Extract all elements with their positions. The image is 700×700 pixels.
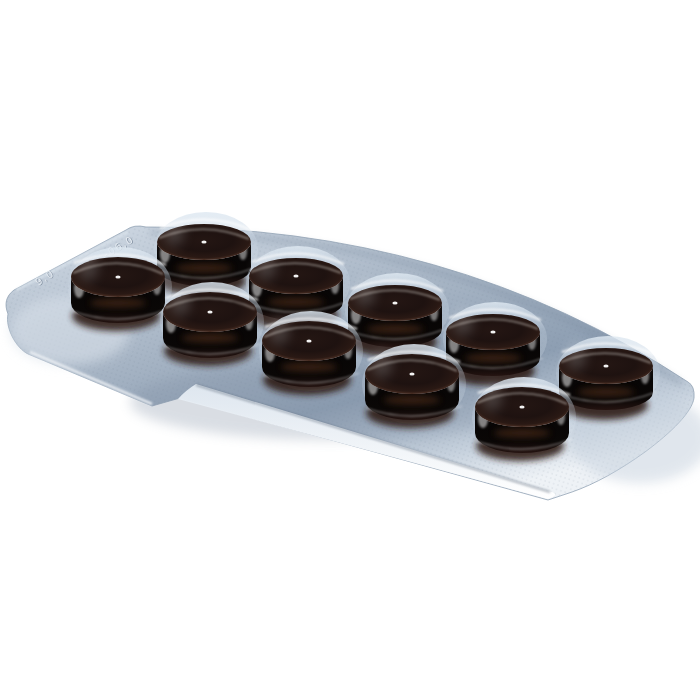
center-speck xyxy=(293,274,298,277)
bottom-reflection xyxy=(384,395,440,405)
bottom-reflection xyxy=(367,324,423,334)
tablet-pocket-front-3 xyxy=(259,311,363,395)
bottom-reflection xyxy=(176,263,232,273)
center-speck xyxy=(201,240,206,243)
tablet-pocket-front-2 xyxy=(160,282,264,366)
center-speck xyxy=(490,330,495,333)
center-speck xyxy=(115,275,120,278)
tablet-pocket-front-5 xyxy=(472,377,576,461)
blister-pack-photo: 9,0 9,0 -06,0 -06,0 xyxy=(0,0,700,700)
center-speck xyxy=(306,339,311,342)
center-speck xyxy=(519,405,524,408)
bottom-reflection xyxy=(90,298,146,308)
bottom-reflection xyxy=(268,297,324,307)
center-speck xyxy=(207,310,212,313)
bottom-reflection xyxy=(465,353,521,363)
center-speck xyxy=(409,372,414,375)
bottom-reflection xyxy=(494,428,550,438)
center-speck xyxy=(603,364,608,367)
bottom-reflection xyxy=(281,362,337,372)
tablet-pocket-front-4 xyxy=(362,344,466,428)
photo-background: Blister pack with 10 round dark brown ta… xyxy=(0,0,700,700)
tablet-pocket-front-1 xyxy=(68,247,172,331)
bottom-reflection xyxy=(578,387,634,397)
bottom-reflection xyxy=(182,333,238,343)
center-speck xyxy=(392,301,397,304)
